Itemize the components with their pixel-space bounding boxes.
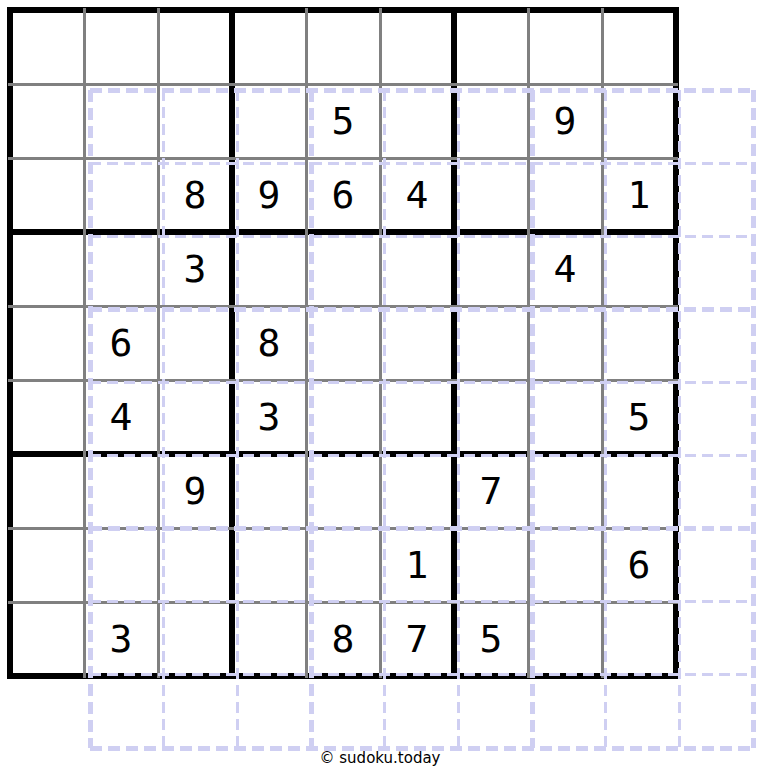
- cell-r7c5[interactable]: [306, 454, 380, 528]
- cell-r8c8[interactable]: [528, 528, 602, 602]
- cell-r4c6[interactable]: [380, 232, 454, 306]
- cell-r5c1[interactable]: [10, 306, 84, 380]
- cell-r9c2[interactable]: 3: [84, 602, 158, 676]
- cell-r4c8[interactable]: 4: [528, 232, 602, 306]
- cell-r2c2[interactable]: [84, 84, 158, 158]
- cell-r6c1[interactable]: [10, 380, 84, 454]
- cell-r4c7[interactable]: [454, 232, 528, 306]
- cell-r7c2[interactable]: [84, 454, 158, 528]
- cell-r7c8[interactable]: [528, 454, 602, 528]
- cell-r2c1[interactable]: [10, 84, 84, 158]
- cell-r3c3[interactable]: 8: [158, 158, 232, 232]
- cell-r8c7[interactable]: [454, 528, 528, 602]
- cell-r4c2[interactable]: [84, 232, 158, 306]
- cell-r5c2[interactable]: 6: [84, 306, 158, 380]
- cell-r9c6[interactable]: 7: [380, 602, 454, 676]
- cell-r1c3[interactable]: [158, 10, 232, 84]
- cell-r6c6[interactable]: [380, 380, 454, 454]
- cell-r8c5[interactable]: [306, 528, 380, 602]
- cell-r7c1[interactable]: [10, 454, 84, 528]
- cell-r7c7[interactable]: 7: [454, 454, 528, 528]
- cell-r5c9[interactable]: [602, 306, 676, 380]
- cell-r4c1[interactable]: [10, 232, 84, 306]
- cell-r2c3[interactable]: [158, 84, 232, 158]
- cell-r1c9[interactable]: [602, 10, 676, 84]
- cell-r1c5[interactable]: [306, 10, 380, 84]
- footer-credit: © sudoku.today: [0, 749, 760, 767]
- cell-r7c6[interactable]: [380, 454, 454, 528]
- cell-r7c4[interactable]: [232, 454, 306, 528]
- cell-r5c7[interactable]: [454, 306, 528, 380]
- cell-r2c7[interactable]: [454, 84, 528, 158]
- cell-r6c5[interactable]: [306, 380, 380, 454]
- cell-r9c7[interactable]: 5: [454, 602, 528, 676]
- cell-r3c5[interactable]: 6: [306, 158, 380, 232]
- cell-r7c3[interactable]: 9: [158, 454, 232, 528]
- cell-r2c9[interactable]: [602, 84, 676, 158]
- cell-r6c2[interactable]: 4: [84, 380, 158, 454]
- cell-r1c6[interactable]: [380, 10, 454, 84]
- cell-r1c2[interactable]: [84, 10, 158, 84]
- cell-r9c8[interactable]: [528, 602, 602, 676]
- cell-r2c5[interactable]: 5: [306, 84, 380, 158]
- cell-r9c3[interactable]: [158, 602, 232, 676]
- cell-r8c3[interactable]: [158, 528, 232, 602]
- cell-r5c4[interactable]: 8: [232, 306, 306, 380]
- cell-r4c4[interactable]: [232, 232, 306, 306]
- cell-r2c4[interactable]: [232, 84, 306, 158]
- cell-r4c9[interactable]: [602, 232, 676, 306]
- cell-r6c3[interactable]: [158, 380, 232, 454]
- cell-r1c7[interactable]: [454, 10, 528, 84]
- cell-r2c8[interactable]: 9: [528, 84, 602, 158]
- dashed-grid-line-v9: [751, 90, 756, 748]
- cell-r3c1[interactable]: [10, 158, 84, 232]
- cell-r3c6[interactable]: 4: [380, 158, 454, 232]
- sudoku-page: 5989641346843597163875 © sudoku.today: [0, 0, 760, 770]
- cell-r6c8[interactable]: [528, 380, 602, 454]
- cell-r5c3[interactable]: [158, 306, 232, 380]
- cell-r3c9[interactable]: 1: [602, 158, 676, 232]
- cell-r1c4[interactable]: [232, 10, 306, 84]
- cell-r8c6[interactable]: 1: [380, 528, 454, 602]
- cell-r6c4[interactable]: 3: [232, 380, 306, 454]
- cell-r3c2[interactable]: [84, 158, 158, 232]
- cell-r3c4[interactable]: 9: [232, 158, 306, 232]
- cell-r3c8[interactable]: [528, 158, 602, 232]
- cell-r6c7[interactable]: [454, 380, 528, 454]
- cell-r8c4[interactable]: [232, 528, 306, 602]
- cell-r3c7[interactable]: [454, 158, 528, 232]
- cell-r8c2[interactable]: [84, 528, 158, 602]
- cell-r1c1[interactable]: [10, 10, 84, 84]
- cell-r4c5[interactable]: [306, 232, 380, 306]
- cell-r4c3[interactable]: 3: [158, 232, 232, 306]
- cell-r8c9[interactable]: 6: [602, 528, 676, 602]
- cell-r9c5[interactable]: 8: [306, 602, 380, 676]
- cell-r5c5[interactable]: [306, 306, 380, 380]
- cell-r9c1[interactable]: [10, 602, 84, 676]
- cell-r9c9[interactable]: [602, 602, 676, 676]
- cell-r7c9[interactable]: [602, 454, 676, 528]
- sudoku-board: 5989641346843597163875: [10, 10, 676, 676]
- cell-r8c1[interactable]: [10, 528, 84, 602]
- cell-r1c8[interactable]: [528, 10, 602, 84]
- cell-r5c8[interactable]: [528, 306, 602, 380]
- cell-r6c9[interactable]: 5: [602, 380, 676, 454]
- cell-r2c6[interactable]: [380, 84, 454, 158]
- cell-r5c6[interactable]: [380, 306, 454, 380]
- cell-r9c4[interactable]: [232, 602, 306, 676]
